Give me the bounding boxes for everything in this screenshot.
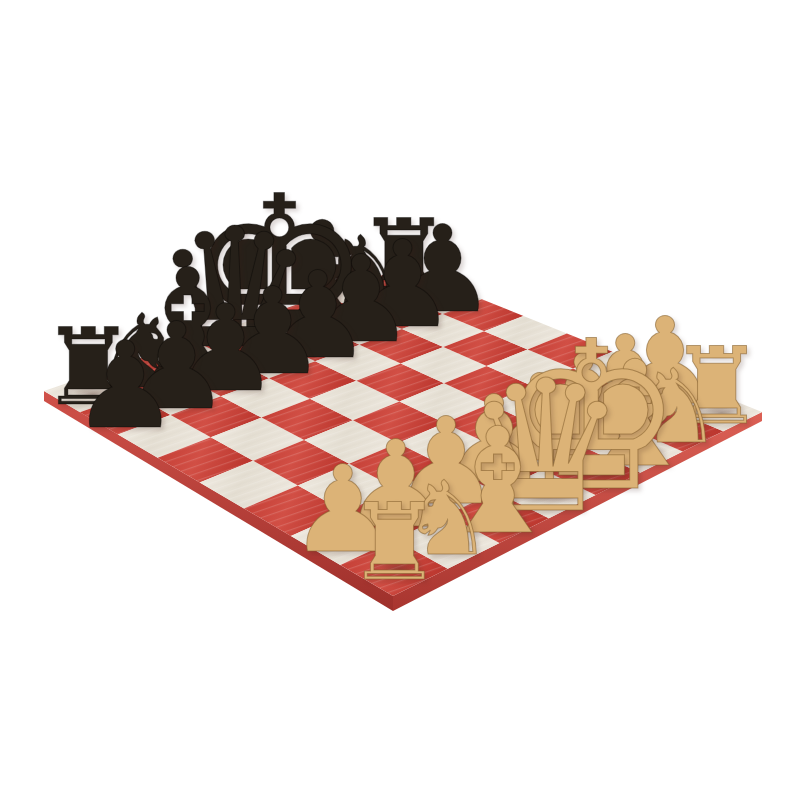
white-rook-glyph: ♜ <box>346 490 441 596</box>
chess-set-photo: ♜♞♝♛♚♝♞♜♟♟♟♟♟♟♟♟♟♟♟♟♟♟♟♟♜♞♝♛♚♝♞♜ <box>0 0 800 800</box>
piece-white-rook-a1[interactable]: ♜ <box>244 490 544 596</box>
piece-black-pawn-a7[interactable]: ♟ <box>0 326 275 446</box>
black-pawn-glyph: ♟ <box>71 326 179 446</box>
